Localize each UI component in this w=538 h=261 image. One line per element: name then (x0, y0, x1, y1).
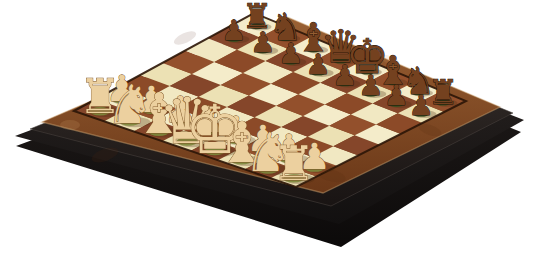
frame-burl-figure (60, 120, 80, 130)
piece-black-pawn-e7: ♟ (332, 59, 357, 92)
piece-black-pawn-b7: ♟ (250, 26, 275, 59)
chess-board-svg: ♜♞♟♝♟♛♟♚♟♝♟♞♟♟♜♟♟♜♟♟♞♟♝♟♛♟♚♟♝♟♞♜ (0, 0, 538, 261)
piece-black-pawn-h7: ♟ (409, 89, 434, 122)
piece-black-pawn-a7: ♟ (221, 14, 246, 47)
piece-black-pawn-g7: ♟ (384, 79, 409, 112)
piece-black-pawn-c7: ♟ (278, 37, 303, 70)
chess-set-product-photo: ♜♞♟♝♟♛♟♚♟♝♟♞♟♟♜♟♟♜♟♟♞♟♝♟♛♟♚♟♝♟♞♜ (0, 0, 538, 261)
piece-black-pawn-f7: ♟ (358, 69, 383, 102)
piece-black-pawn-d7: ♟ (306, 48, 331, 81)
piece-white-rook-h1: ♜ (272, 135, 315, 191)
